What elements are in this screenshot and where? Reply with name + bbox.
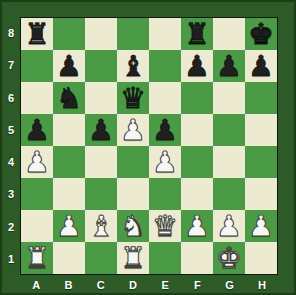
square-g7[interactable]: ♟ — [213, 50, 245, 82]
square-e8[interactable] — [149, 18, 181, 50]
file-label-d: D — [117, 276, 149, 294]
piece-black-rook: ♜ — [181, 18, 213, 50]
square-d7[interactable]: ♝ — [117, 50, 149, 82]
square-c3[interactable] — [85, 178, 117, 210]
square-h1[interactable] — [245, 242, 277, 274]
file-label-h: H — [246, 276, 278, 294]
square-h5[interactable] — [245, 114, 277, 146]
square-d6[interactable]: ♛ — [117, 82, 149, 114]
square-e5[interactable]: ♟ — [149, 114, 181, 146]
piece-black-pawn: ♟ — [21, 114, 53, 146]
piece-black-king: ♚ — [245, 18, 277, 50]
square-e1[interactable] — [149, 242, 181, 274]
square-h3[interactable] — [245, 178, 277, 210]
square-d3[interactable] — [117, 178, 149, 210]
square-f8[interactable]: ♜ — [181, 18, 213, 50]
square-a2[interactable] — [21, 210, 53, 242]
square-g5[interactable] — [213, 114, 245, 146]
square-h4[interactable] — [245, 146, 277, 178]
piece-black-pawn: ♟ — [85, 114, 117, 146]
piece-black-pawn: ♟ — [181, 50, 213, 82]
file-label-e: E — [149, 276, 181, 294]
piece-white-pawn: ♟ — [149, 146, 181, 178]
square-e6[interactable] — [149, 82, 181, 114]
square-g6[interactable] — [213, 82, 245, 114]
rank-label-2: 2 — [2, 211, 20, 243]
square-b8[interactable] — [53, 18, 85, 50]
square-f5[interactable] — [181, 114, 213, 146]
square-g8[interactable] — [213, 18, 245, 50]
square-f3[interactable] — [181, 178, 213, 210]
rank-label-5: 5 — [2, 114, 20, 146]
piece-white-pawn: ♟ — [245, 210, 277, 242]
square-f6[interactable] — [181, 82, 213, 114]
square-e7[interactable] — [149, 50, 181, 82]
square-h2[interactable]: ♟ — [245, 210, 277, 242]
piece-white-bishop: ♝ — [85, 210, 117, 242]
rank-label-7: 7 — [2, 49, 20, 81]
square-h7[interactable]: ♟ — [245, 50, 277, 82]
square-f2[interactable]: ♟ — [181, 210, 213, 242]
piece-black-rook: ♜ — [21, 18, 53, 50]
square-d5[interactable]: ♟ — [117, 114, 149, 146]
piece-white-pawn: ♟ — [181, 210, 213, 242]
square-g4[interactable] — [213, 146, 245, 178]
square-b6[interactable]: ♞ — [53, 82, 85, 114]
file-labels: ABCDEFGH — [20, 276, 278, 294]
square-c6[interactable] — [85, 82, 117, 114]
rank-label-1: 1 — [2, 243, 20, 275]
piece-white-pawn: ♟ — [21, 146, 53, 178]
square-h8[interactable]: ♚ — [245, 18, 277, 50]
piece-black-pawn: ♟ — [213, 50, 245, 82]
rank-label-6: 6 — [2, 82, 20, 114]
rank-label-3: 3 — [2, 178, 20, 210]
square-g1[interactable]: ♚ — [213, 242, 245, 274]
square-b2[interactable]: ♟ — [53, 210, 85, 242]
piece-white-knight: ♞ — [117, 210, 149, 242]
piece-white-king: ♚ — [213, 242, 245, 274]
square-a5[interactable]: ♟ — [21, 114, 53, 146]
square-e3[interactable] — [149, 178, 181, 210]
rank-label-4: 4 — [2, 146, 20, 178]
file-label-c: C — [85, 276, 117, 294]
square-f7[interactable]: ♟ — [181, 50, 213, 82]
square-a8[interactable]: ♜ — [21, 18, 53, 50]
piece-white-queen: ♛ — [149, 210, 181, 242]
piece-white-rook: ♜ — [21, 242, 53, 274]
square-b3[interactable] — [53, 178, 85, 210]
square-a6[interactable] — [21, 82, 53, 114]
square-c2[interactable]: ♝ — [85, 210, 117, 242]
piece-black-queen: ♛ — [117, 82, 149, 114]
piece-black-pawn: ♟ — [149, 114, 181, 146]
chess-board: ♜♜♚♟♝♟♟♟♞♛♟♟♟♟♟♟♟♝♞♛♟♟♟♜♜♚ — [20, 17, 278, 275]
square-c8[interactable] — [85, 18, 117, 50]
square-d4[interactable] — [117, 146, 149, 178]
file-label-b: B — [52, 276, 84, 294]
piece-black-pawn: ♟ — [53, 50, 85, 82]
piece-black-knight: ♞ — [53, 82, 85, 114]
square-d1[interactable]: ♜ — [117, 242, 149, 274]
rank-labels: 87654321 — [2, 17, 20, 275]
chess-board-window: 87654321 ♜♜♚♟♝♟♟♟♞♛♟♟♟♟♟♟♟♝♞♛♟♟♟♜♜♚ ABCD… — [0, 0, 296, 295]
square-e2[interactable]: ♛ — [149, 210, 181, 242]
square-c1[interactable] — [85, 242, 117, 274]
square-a4[interactable]: ♟ — [21, 146, 53, 178]
square-g3[interactable] — [213, 178, 245, 210]
square-g2[interactable]: ♟ — [213, 210, 245, 242]
square-b4[interactable] — [53, 146, 85, 178]
square-a7[interactable] — [21, 50, 53, 82]
square-f4[interactable] — [181, 146, 213, 178]
square-e4[interactable]: ♟ — [149, 146, 181, 178]
square-a1[interactable]: ♜ — [21, 242, 53, 274]
square-c4[interactable] — [85, 146, 117, 178]
square-c7[interactable] — [85, 50, 117, 82]
square-b1[interactable] — [53, 242, 85, 274]
piece-white-pawn: ♟ — [117, 114, 149, 146]
square-h6[interactable] — [245, 82, 277, 114]
piece-black-bishop: ♝ — [117, 50, 149, 82]
file-label-g: G — [214, 276, 246, 294]
square-d8[interactable] — [117, 18, 149, 50]
square-d2[interactable]: ♞ — [117, 210, 149, 242]
square-b5[interactable] — [53, 114, 85, 146]
piece-white-pawn: ♟ — [213, 210, 245, 242]
square-a3[interactable] — [21, 178, 53, 210]
rank-label-8: 8 — [2, 17, 20, 49]
piece-white-pawn: ♟ — [53, 210, 85, 242]
square-f1[interactable] — [181, 242, 213, 274]
piece-white-rook: ♜ — [117, 242, 149, 274]
file-label-f: F — [181, 276, 213, 294]
file-label-a: A — [20, 276, 52, 294]
square-c5[interactable]: ♟ — [85, 114, 117, 146]
square-b7[interactable]: ♟ — [53, 50, 85, 82]
piece-black-pawn: ♟ — [245, 50, 277, 82]
